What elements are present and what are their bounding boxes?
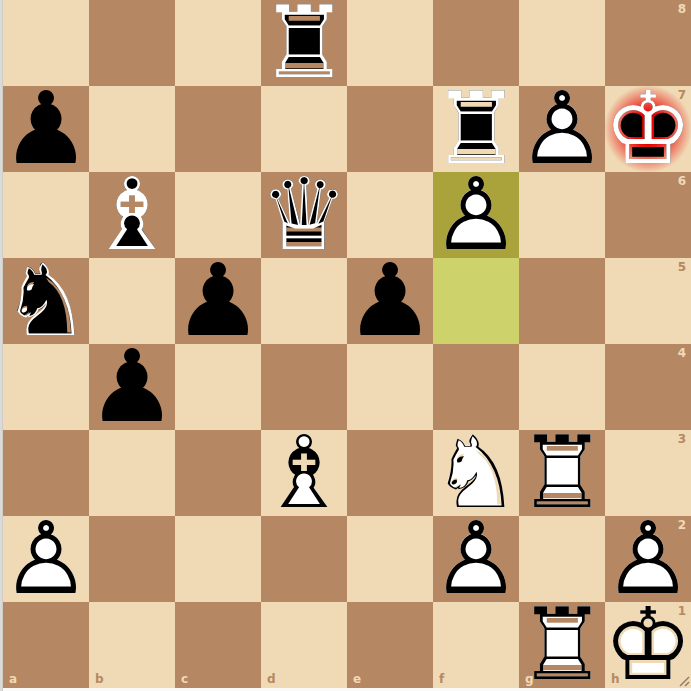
file-label-b: b (95, 673, 104, 685)
white-bishop-outline-icon: ♗ (259, 423, 349, 523)
piece-black-rook[interactable]: ♜♖ (261, 0, 347, 86)
square-h8[interactable]: 8 (605, 0, 691, 86)
square-a1[interactable]: a (3, 602, 89, 688)
square-d8[interactable]: ♜♖ (261, 0, 347, 86)
file-label-f: f (439, 673, 444, 685)
square-b6[interactable]: ♝♗ (89, 172, 175, 258)
square-h6[interactable]: 6 (605, 172, 691, 258)
square-e7[interactable] (347, 86, 433, 172)
square-a5[interactable]: ♞♘ (3, 258, 89, 344)
square-e5[interactable]: ♟ (347, 258, 433, 344)
square-e2[interactable] (347, 516, 433, 602)
square-b7[interactable] (89, 86, 175, 172)
piece-white-knight[interactable]: ♞♘ (433, 430, 519, 516)
square-f7[interactable]: ♜♖ (433, 86, 519, 172)
square-g6[interactable] (519, 172, 605, 258)
square-h1[interactable]: 1h♚♔ (605, 602, 691, 688)
square-a7[interactable]: ♟ (3, 86, 89, 172)
piece-black-knight[interactable]: ♞♘ (3, 258, 89, 344)
piece-white-pawn[interactable]: ♟♙ (3, 516, 89, 602)
square-h3[interactable]: 3 (605, 430, 691, 516)
black-king-outline-icon: ♔ (603, 79, 691, 179)
square-a3[interactable] (3, 430, 89, 516)
black-queen-icon: ♛ (259, 165, 349, 265)
white-pawn-outline-icon: ♙ (1, 509, 91, 609)
square-h4[interactable]: 4 (605, 344, 691, 430)
black-rook-outline-icon: ♖ (259, 0, 349, 93)
rank-label-3: 3 (678, 433, 686, 445)
square-g4[interactable] (519, 344, 605, 430)
square-g8[interactable] (519, 0, 605, 86)
piece-black-pawn[interactable]: ♟ (347, 258, 433, 344)
white-rook-icon: ♜ (517, 595, 607, 691)
square-e1[interactable]: e (347, 602, 433, 688)
piece-black-pawn[interactable]: ♟ (175, 258, 261, 344)
file-label-c: c (181, 673, 188, 685)
square-h7[interactable]: 7♚♔ (605, 86, 691, 172)
resize-grip-icon[interactable] (677, 674, 690, 687)
square-a8[interactable] (3, 0, 89, 86)
file-label-e: e (353, 673, 361, 685)
square-g7[interactable]: ♟♙ (519, 86, 605, 172)
rank-label-6: 6 (678, 175, 686, 187)
white-pawn-icon: ♟ (517, 79, 607, 179)
square-c4[interactable] (175, 344, 261, 430)
square-c1[interactable]: c (175, 602, 261, 688)
piece-white-pawn[interactable]: ♟♙ (605, 516, 691, 602)
square-c8[interactable] (175, 0, 261, 86)
square-f3[interactable]: ♞♘ (433, 430, 519, 516)
white-pawn-icon: ♟ (431, 165, 521, 265)
white-rook-outline-icon: ♖ (517, 595, 607, 691)
square-d1[interactable]: d (261, 602, 347, 688)
piece-black-king[interactable]: ♚♔ (605, 86, 691, 172)
black-king-icon: ♚ (603, 79, 691, 179)
piece-black-queen[interactable]: ♛♕ (261, 172, 347, 258)
rank-label-5: 5 (678, 261, 686, 273)
piece-black-bishop[interactable]: ♝♗ (89, 172, 175, 258)
square-c6[interactable] (175, 172, 261, 258)
square-d3[interactable]: ♝♗ (261, 430, 347, 516)
square-h5[interactable]: 5 (605, 258, 691, 344)
square-f1[interactable]: f (433, 602, 519, 688)
black-knight-outline-icon: ♘ (1, 251, 91, 351)
square-c5[interactable]: ♟ (175, 258, 261, 344)
white-pawn-outline-icon: ♙ (603, 509, 691, 609)
black-rook-icon: ♜ (431, 79, 521, 179)
square-b2[interactable] (89, 516, 175, 602)
square-d5[interactable] (261, 258, 347, 344)
square-f2[interactable]: ♟♙ (433, 516, 519, 602)
square-f4[interactable] (433, 344, 519, 430)
piece-black-rook[interactable]: ♜♖ (433, 86, 519, 172)
square-a6[interactable] (3, 172, 89, 258)
chess-board: ♜♖8♟♜♖♟♙7♚♔♝♗♛♕♟♙6♞♘♟♟5♟4♝♗♞♘♜♖3♟♙♟♙2♟♙a… (3, 0, 691, 688)
square-e3[interactable] (347, 430, 433, 516)
square-f5[interactable] (433, 258, 519, 344)
piece-black-pawn[interactable]: ♟ (89, 344, 175, 430)
black-knight-icon: ♞ (1, 251, 91, 351)
black-queen-outline-icon: ♕ (259, 165, 349, 265)
square-d6[interactable]: ♛♕ (261, 172, 347, 258)
white-pawn-outline-icon: ♙ (517, 79, 607, 179)
square-b3[interactable] (89, 430, 175, 516)
square-b4[interactable]: ♟ (89, 344, 175, 430)
white-rook-icon: ♜ (517, 423, 607, 523)
file-label-d: d (267, 673, 276, 685)
piece-white-pawn[interactable]: ♟♙ (433, 172, 519, 258)
piece-white-rook[interactable]: ♜♖ (519, 602, 605, 688)
square-f6[interactable]: ♟♙ (433, 172, 519, 258)
square-g5[interactable] (519, 258, 605, 344)
white-pawn-icon: ♟ (431, 509, 521, 609)
piece-white-bishop[interactable]: ♝♗ (261, 430, 347, 516)
black-rook-icon: ♜ (259, 0, 349, 93)
white-pawn-icon: ♟ (1, 509, 91, 609)
piece-white-rook[interactable]: ♜♖ (519, 430, 605, 516)
black-rook-outline-icon: ♖ (431, 79, 521, 179)
piece-white-pawn[interactable]: ♟♙ (519, 86, 605, 172)
square-d4[interactable] (261, 344, 347, 430)
square-d7[interactable] (261, 86, 347, 172)
white-knight-icon: ♞ (431, 423, 521, 523)
square-g1[interactable]: g♜♖ (519, 602, 605, 688)
square-c7[interactable] (175, 86, 261, 172)
white-rook-outline-icon: ♖ (517, 423, 607, 523)
square-c2[interactable] (175, 516, 261, 602)
black-pawn-icon: ♟ (1, 79, 91, 179)
page: ♜♖8♟♜♖♟♙7♚♔♝♗♛♕♟♙6♞♘♟♟5♟4♝♗♞♘♜♖3♟♙♟♙2♟♙a… (0, 0, 691, 691)
black-pawn-icon: ♟ (87, 337, 177, 437)
square-g3[interactable]: ♜♖ (519, 430, 605, 516)
rank-label-8: 8 (678, 3, 686, 15)
file-label-a: a (9, 673, 17, 685)
white-knight-outline-icon: ♘ (431, 423, 521, 523)
black-pawn-icon: ♟ (173, 251, 263, 351)
black-bishop-outline-icon: ♗ (87, 165, 177, 265)
square-d2[interactable] (261, 516, 347, 602)
square-h2[interactable]: 2♟♙ (605, 516, 691, 602)
white-bishop-icon: ♝ (259, 423, 349, 523)
piece-black-pawn[interactable]: ♟ (3, 86, 89, 172)
square-g2[interactable] (519, 516, 605, 602)
square-e6[interactable] (347, 172, 433, 258)
white-pawn-outline-icon: ♙ (431, 509, 521, 609)
black-bishop-icon: ♝ (87, 165, 177, 265)
square-a4[interactable] (3, 344, 89, 430)
square-b1[interactable]: b (89, 602, 175, 688)
square-b5[interactable] (89, 258, 175, 344)
square-c3[interactable] (175, 430, 261, 516)
square-e8[interactable] (347, 0, 433, 86)
square-f8[interactable] (433, 0, 519, 86)
square-a2[interactable]: ♟♙ (3, 516, 89, 602)
square-b8[interactable] (89, 0, 175, 86)
piece-white-pawn[interactable]: ♟♙ (433, 516, 519, 602)
rank-label-4: 4 (678, 347, 686, 359)
black-pawn-icon: ♟ (345, 251, 435, 351)
white-pawn-icon: ♟ (603, 509, 691, 609)
white-pawn-outline-icon: ♙ (431, 165, 521, 265)
square-e4[interactable] (347, 344, 433, 430)
